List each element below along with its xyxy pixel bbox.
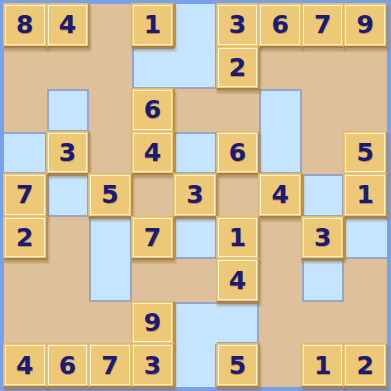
given-number-tile: 3 — [46, 131, 91, 176]
cell-r6c4[interactable] — [174, 259, 217, 302]
cell-r7c6[interactable] — [259, 302, 302, 345]
given-number-tile: 3 — [216, 3, 261, 48]
tile-digit: 3 — [229, 12, 246, 37]
cell-r3c4[interactable] — [174, 132, 217, 175]
given-number-tile: 4 — [46, 3, 91, 48]
cell-r1c7[interactable] — [302, 47, 345, 90]
tile-digit: 7 — [144, 225, 161, 250]
tile-digit: 1 — [357, 182, 374, 207]
given-number-tile: 6 — [131, 88, 176, 133]
cell-r5c8[interactable] — [344, 217, 387, 260]
tile-digit: 7 — [314, 12, 331, 37]
cell-r5c5: 1 — [217, 217, 260, 260]
given-number-tile: 3 — [301, 216, 346, 261]
cell-r2c6[interactable] — [259, 89, 302, 132]
cell-r0c3: 1 — [132, 4, 175, 47]
cell-r0c7: 7 — [302, 4, 345, 47]
cell-r6c7[interactable] — [302, 259, 345, 302]
cell-r8c0: 4 — [4, 344, 47, 387]
cell-r1c3[interactable] — [132, 47, 175, 90]
cell-r3c2[interactable] — [89, 132, 132, 175]
tile-digit: 2 — [16, 225, 33, 250]
cell-r0c2[interactable] — [89, 4, 132, 47]
cell-r8c3: 3 — [132, 344, 175, 387]
cell-r1c2[interactable] — [89, 47, 132, 90]
tile-digit: 9 — [144, 310, 161, 335]
cell-r3c3: 4 — [132, 132, 175, 175]
tile-digit: 4 — [16, 353, 33, 378]
tile-digit: 4 — [229, 268, 246, 293]
cell-r5c2[interactable] — [89, 217, 132, 260]
cell-r7c0[interactable] — [4, 302, 47, 345]
cell-r7c1[interactable] — [47, 302, 90, 345]
cell-r8c2: 7 — [89, 344, 132, 387]
cell-r3c5: 6 — [217, 132, 260, 175]
cell-r4c4: 3 — [174, 174, 217, 217]
cell-r8c6[interactable] — [259, 344, 302, 387]
cell-r1c1[interactable] — [47, 47, 90, 90]
cell-r7c8[interactable] — [344, 302, 387, 345]
cell-r3c8: 5 — [344, 132, 387, 175]
cell-r8c4[interactable] — [174, 344, 217, 387]
tile-digit: 7 — [16, 182, 33, 207]
given-number-tile: 2 — [3, 216, 48, 261]
cell-r4c6: 4 — [259, 174, 302, 217]
cell-r3c7[interactable] — [302, 132, 345, 175]
given-number-tile: 1 — [301, 343, 346, 388]
cell-r6c5: 4 — [217, 259, 260, 302]
tile-digit: 5 — [229, 353, 246, 378]
given-number-tile: 2 — [343, 343, 388, 388]
cell-r7c3: 9 — [132, 302, 175, 345]
cell-r1c5: 2 — [217, 47, 260, 90]
cell-r1c6[interactable] — [259, 47, 302, 90]
given-number-tile: 8 — [3, 3, 48, 48]
cell-r8c8: 2 — [344, 344, 387, 387]
given-number-tile: 1 — [131, 3, 176, 48]
tile-digit: 4 — [144, 140, 161, 165]
cell-r3c0[interactable] — [4, 132, 47, 175]
cell-r0c0: 8 — [4, 4, 47, 47]
cell-r7c5[interactable] — [217, 302, 260, 345]
cell-r0c6: 6 — [259, 4, 302, 47]
cell-r4c8: 1 — [344, 174, 387, 217]
cell-r8c5: 5 — [217, 344, 260, 387]
tile-digit: 5 — [101, 182, 118, 207]
cell-r5c1[interactable] — [47, 217, 90, 260]
cell-r6c2[interactable] — [89, 259, 132, 302]
cell-r1c0[interactable] — [4, 47, 47, 90]
tile-digit: 3 — [59, 140, 76, 165]
sudoku-board: 8413679263465753412713494673512 — [0, 0, 391, 391]
tile-digit: 2 — [229, 55, 246, 80]
cell-r2c1[interactable] — [47, 89, 90, 132]
given-number-tile: 5 — [216, 343, 261, 388]
tile-digit: 2 — [357, 353, 374, 378]
cell-r5c6[interactable] — [259, 217, 302, 260]
cell-r5c3: 7 — [132, 217, 175, 260]
given-number-tile: 6 — [258, 3, 303, 48]
cell-r0c8: 9 — [344, 4, 387, 47]
tile-digit: 7 — [101, 353, 118, 378]
cell-r8c1: 6 — [47, 344, 90, 387]
tile-digit: 6 — [229, 140, 246, 165]
cell-r3c6[interactable] — [259, 132, 302, 175]
cell-r8c7: 1 — [302, 344, 345, 387]
cell-r4c5[interactable] — [217, 174, 260, 217]
cell-r0c5: 3 — [217, 4, 260, 47]
cell-r2c5[interactable] — [217, 89, 260, 132]
tile-digit: 3 — [186, 182, 203, 207]
tile-digit: 5 — [357, 140, 374, 165]
cell-r6c3[interactable] — [132, 259, 175, 302]
cell-r1c4[interactable] — [174, 47, 217, 90]
tile-digit: 9 — [357, 12, 374, 37]
cell-r2c7[interactable] — [302, 89, 345, 132]
given-number-tile: 7 — [301, 3, 346, 48]
given-number-tile: 4 — [3, 343, 48, 388]
given-number-tile: 7 — [88, 343, 133, 388]
given-number-tile: 6 — [216, 131, 261, 176]
given-number-tile: 4 — [258, 173, 303, 218]
cell-r4c7[interactable] — [302, 174, 345, 217]
cell-r2c0[interactable] — [4, 89, 47, 132]
given-number-tile: 5 — [343, 131, 388, 176]
tile-digit: 1 — [229, 225, 246, 250]
given-number-tile: 2 — [216, 46, 261, 91]
cell-r0c1: 4 — [47, 4, 90, 47]
cell-r1c8[interactable] — [344, 47, 387, 90]
tile-digit: 4 — [59, 12, 76, 37]
given-number-tile: 1 — [343, 173, 388, 218]
cell-r3c1: 3 — [47, 132, 90, 175]
cell-r2c2[interactable] — [89, 89, 132, 132]
given-number-tile: 3 — [131, 343, 176, 388]
given-number-tile: 7 — [131, 216, 176, 261]
cell-r2c3: 6 — [132, 89, 175, 132]
tile-digit: 4 — [271, 182, 288, 207]
cell-r4c2: 5 — [89, 174, 132, 217]
cell-r7c4[interactable] — [174, 302, 217, 345]
given-number-tile: 5 — [88, 173, 133, 218]
tile-digit: 6 — [59, 353, 76, 378]
cell-r4c0: 7 — [4, 174, 47, 217]
cell-r5c7: 3 — [302, 217, 345, 260]
tile-digit: 8 — [16, 12, 33, 37]
cell-r2c4[interactable] — [174, 89, 217, 132]
tile-digit: 6 — [144, 97, 161, 122]
tile-digit: 6 — [271, 12, 288, 37]
tile-digit: 1 — [314, 353, 331, 378]
cell-r6c0[interactable] — [4, 259, 47, 302]
cell-r0c4[interactable] — [174, 4, 217, 47]
given-number-tile: 4 — [131, 131, 176, 176]
cell-r4c1[interactable] — [47, 174, 90, 217]
tile-digit: 3 — [144, 353, 161, 378]
cell-r5c0: 2 — [4, 217, 47, 260]
given-number-tile: 9 — [343, 3, 388, 48]
cell-r4c3[interactable] — [132, 174, 175, 217]
tile-digit: 3 — [314, 225, 331, 250]
given-number-tile: 4 — [216, 258, 261, 303]
given-number-tile: 1 — [216, 216, 261, 261]
cell-r5c4[interactable] — [174, 217, 217, 260]
cell-r6c6[interactable] — [259, 259, 302, 302]
given-number-tile: 7 — [3, 173, 48, 218]
tile-digit: 1 — [144, 12, 161, 37]
cell-r6c8[interactable] — [344, 259, 387, 302]
cell-r7c7[interactable] — [302, 302, 345, 345]
given-number-tile: 3 — [173, 173, 218, 218]
given-number-tile: 9 — [131, 301, 176, 346]
given-number-tile: 6 — [46, 343, 91, 388]
cell-r6c1[interactable] — [47, 259, 90, 302]
cell-r7c2[interactable] — [89, 302, 132, 345]
cell-r2c8[interactable] — [344, 89, 387, 132]
